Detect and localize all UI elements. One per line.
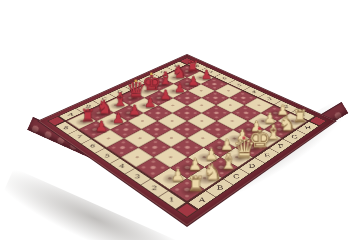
piece-black-pawn-g7[interactable]: ♟ bbox=[187, 74, 198, 87]
board-scene: ABCDEFGH 87654321 ♜♞♝♛♚♝♞♜♟♟♟♟♟♟♟♟♟♟♟♟♟♟… bbox=[0, 0, 360, 240]
piece-black-pawn-c7[interactable]: ♟ bbox=[128, 103, 140, 117]
piece-black-knight-g8[interactable]: ♞ bbox=[172, 64, 187, 81]
board-grid: ♜♞♝♛♚♝♞♜♟♟♟♟♟♟♟♟♟♟♟♟♟♟♟♟♜♞♝♛♚♝♞♜ bbox=[65, 65, 308, 203]
piece-black-pawn-h7[interactable]: ♟ bbox=[201, 68, 212, 80]
board-frame: ABCDEFGH 87654321 ♜♞♝♛♚♝♞♜♟♟♟♟♟♟♟♟♟♟♟♟♟♟… bbox=[37, 54, 337, 227]
piece-black-rook-h8[interactable]: ♜ bbox=[186, 59, 199, 74]
piece-black-rook-a8[interactable]: ♜ bbox=[80, 108, 95, 125]
piece-black-pawn-d7[interactable]: ♟ bbox=[144, 95, 156, 109]
piece-black-bishop-c8[interactable]: ♝ bbox=[113, 90, 129, 108]
piece-white-rook-a1[interactable]: ♜ bbox=[186, 174, 204, 194]
piece-black-pawn-f7[interactable]: ♟ bbox=[174, 81, 186, 94]
piece-black-pawn-e7[interactable]: ♟ bbox=[159, 88, 171, 101]
piece-black-knight-b8[interactable]: ♞ bbox=[96, 98, 113, 117]
chess-board: ABCDEFGH 87654321 ♜♞♝♛♚♝♞♜♟♟♟♟♟♟♟♟♟♟♟♟♟♟… bbox=[37, 54, 337, 227]
chess-set-photo: ABCDEFGH 87654321 ♜♞♝♛♚♝♞♜♟♟♟♟♟♟♟♟♟♟♟♟♟♟… bbox=[0, 0, 360, 240]
piece-black-pawn-b7[interactable]: ♟ bbox=[112, 111, 125, 125]
piece-white-knight-b1[interactable]: ♞ bbox=[203, 161, 223, 183]
piece-white-pawn-b2[interactable]: ♟ bbox=[188, 156, 202, 172]
piece-white-pawn-a2[interactable]: ♟ bbox=[170, 167, 185, 183]
piece-black-pawn-a7[interactable]: ♟ bbox=[94, 119, 107, 133]
